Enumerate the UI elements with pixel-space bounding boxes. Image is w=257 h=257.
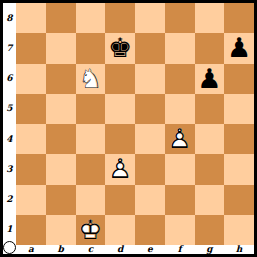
square-f8[interactable] (165, 3, 195, 33)
square-a8[interactable] (16, 3, 46, 33)
file-label-g: g (195, 245, 225, 254)
square-g2[interactable] (195, 185, 225, 215)
white-knight[interactable]: ♞♘ (76, 64, 106, 94)
white-knight-fill: ♞ (78, 65, 102, 92)
square-g1[interactable] (195, 215, 225, 245)
white-king[interactable]: ♚♔ (76, 215, 106, 245)
white-pawn-fill: ♟ (108, 155, 132, 182)
rank-label-2: 2 (3, 185, 16, 215)
square-h1[interactable] (224, 215, 254, 245)
square-h6[interactable] (224, 64, 254, 94)
square-c1[interactable]: ♚♔ (76, 215, 106, 245)
white-king-outline: ♔ (78, 216, 102, 243)
file-label-d: d (105, 245, 135, 254)
square-f6[interactable] (165, 64, 195, 94)
square-g7[interactable] (195, 33, 225, 63)
side-to-move-indicator (3, 241, 16, 254)
square-c4[interactable] (76, 124, 106, 154)
file-label-f: f (165, 245, 195, 254)
square-e6[interactable] (135, 64, 165, 94)
rank-label-3: 3 (3, 154, 16, 184)
rank-label-8: 8 (3, 3, 16, 33)
square-f4[interactable]: ♟♙ (165, 124, 195, 154)
chess-diagram: 87654321 ♚♟♞♘♟♟♙♟♙♚♔ abcdefgh (0, 0, 257, 257)
square-h7[interactable]: ♟ (224, 33, 254, 63)
chess-board: ♚♟♞♘♟♟♙♟♙♚♔ (16, 3, 254, 245)
square-d5[interactable] (105, 94, 135, 124)
square-f2[interactable] (165, 185, 195, 215)
black-pawn-fill: ♟ (197, 65, 221, 92)
square-d3[interactable]: ♟♙ (105, 154, 135, 184)
square-e3[interactable] (135, 154, 165, 184)
square-c3[interactable] (76, 154, 106, 184)
square-b1[interactable] (46, 215, 76, 245)
square-g3[interactable] (195, 154, 225, 184)
square-e4[interactable] (135, 124, 165, 154)
square-b5[interactable] (46, 94, 76, 124)
file-label-e: e (135, 245, 165, 254)
white-pawn[interactable]: ♟♙ (165, 124, 195, 154)
white-king-fill: ♚ (78, 216, 102, 243)
white-pawn-outline: ♙ (168, 125, 192, 152)
square-c6[interactable]: ♞♘ (76, 64, 106, 94)
black-pawn-fill: ♟ (227, 34, 251, 61)
square-f3[interactable] (165, 154, 195, 184)
square-h8[interactable] (224, 3, 254, 33)
square-c2[interactable] (76, 185, 106, 215)
square-e2[interactable] (135, 185, 165, 215)
square-e7[interactable] (135, 33, 165, 63)
square-b3[interactable] (46, 154, 76, 184)
square-h5[interactable] (224, 94, 254, 124)
white-pawn[interactable]: ♟♙ (105, 154, 135, 184)
file-label-b: b (46, 245, 76, 254)
white-pawn-outline: ♙ (108, 155, 132, 182)
square-e8[interactable] (135, 3, 165, 33)
square-b6[interactable] (46, 64, 76, 94)
square-b2[interactable] (46, 185, 76, 215)
file-label-a: a (16, 245, 46, 254)
square-g8[interactable] (195, 3, 225, 33)
square-h2[interactable] (224, 185, 254, 215)
diagram-inner: 87654321 ♚♟♞♘♟♟♙♟♙♚♔ abcdefgh (3, 3, 254, 254)
square-h4[interactable] (224, 124, 254, 154)
black-pawn[interactable]: ♟ (224, 33, 254, 63)
square-g4[interactable] (195, 124, 225, 154)
file-labels: abcdefgh (16, 245, 254, 254)
square-d6[interactable] (105, 64, 135, 94)
square-f5[interactable] (165, 94, 195, 124)
square-e5[interactable] (135, 94, 165, 124)
square-d8[interactable] (105, 3, 135, 33)
square-e1[interactable] (135, 215, 165, 245)
black-king-fill: ♚ (108, 34, 132, 61)
square-c8[interactable] (76, 3, 106, 33)
rank-label-5: 5 (3, 94, 16, 124)
rank-labels: 87654321 (3, 3, 16, 245)
square-d2[interactable] (105, 185, 135, 215)
square-a3[interactable] (16, 154, 46, 184)
black-pawn[interactable]: ♟ (195, 64, 225, 94)
rank-label-6: 6 (3, 64, 16, 94)
white-knight-outline: ♘ (78, 65, 102, 92)
square-h3[interactable] (224, 154, 254, 184)
square-c5[interactable] (76, 94, 106, 124)
square-f1[interactable] (165, 215, 195, 245)
file-label-h: h (224, 245, 254, 254)
square-a5[interactable] (16, 94, 46, 124)
file-label-c: c (76, 245, 106, 254)
square-d7[interactable]: ♚ (105, 33, 135, 63)
square-c7[interactable] (76, 33, 106, 63)
square-d4[interactable] (105, 124, 135, 154)
square-d1[interactable] (105, 215, 135, 245)
square-a2[interactable] (16, 185, 46, 215)
black-king[interactable]: ♚ (105, 33, 135, 63)
square-b8[interactable] (46, 3, 76, 33)
square-b7[interactable] (46, 33, 76, 63)
square-a4[interactable] (16, 124, 46, 154)
square-g5[interactable] (195, 94, 225, 124)
square-a6[interactable] (16, 64, 46, 94)
square-g6[interactable]: ♟ (195, 64, 225, 94)
square-b4[interactable] (46, 124, 76, 154)
rank-label-7: 7 (3, 33, 16, 63)
square-a7[interactable] (16, 33, 46, 63)
square-a1[interactable] (16, 215, 46, 245)
rank-label-4: 4 (3, 124, 16, 154)
white-pawn-fill: ♟ (168, 125, 192, 152)
square-f7[interactable] (165, 33, 195, 63)
